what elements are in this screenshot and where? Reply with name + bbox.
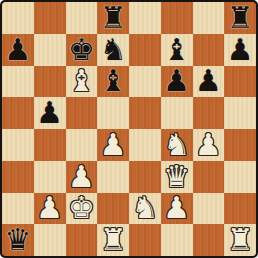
square-d7[interactable]: ♞ <box>97 34 129 66</box>
square-g3[interactable] <box>193 161 225 193</box>
square-a2[interactable] <box>2 193 34 225</box>
square-c5[interactable] <box>66 97 98 129</box>
piece-black-pawn[interactable]: ♟ <box>195 66 222 96</box>
square-c2[interactable]: ♚ <box>66 193 98 225</box>
square-e2[interactable]: ♞ <box>129 193 161 225</box>
square-f3[interactable]: ♛ <box>161 161 193 193</box>
square-g6[interactable]: ♟ <box>193 66 225 98</box>
square-f8[interactable] <box>161 2 193 34</box>
square-g4[interactable]: ♟ <box>193 129 225 161</box>
square-d6[interactable]: ♝ <box>97 66 129 98</box>
square-e6[interactable] <box>129 66 161 98</box>
square-h8[interactable]: ♜ <box>224 2 256 34</box>
square-e3[interactable] <box>129 161 161 193</box>
square-c1[interactable] <box>66 224 98 256</box>
square-c6[interactable]: ♝ <box>66 66 98 98</box>
square-b4[interactable] <box>34 129 66 161</box>
piece-white-rook[interactable]: ♜ <box>100 225 127 255</box>
piece-black-pawn[interactable]: ♟ <box>36 98 63 128</box>
piece-black-pawn[interactable]: ♟ <box>4 35 31 65</box>
square-f1[interactable] <box>161 224 193 256</box>
square-a7[interactable]: ♟ <box>2 34 34 66</box>
square-b5[interactable]: ♟ <box>34 97 66 129</box>
piece-white-knight[interactable]: ♞ <box>131 193 158 223</box>
board-grid: ♜♜♟♚♞♝♟♝♝♟♟♟♟♞♟♟♛♟♚♞♟♛♜♜ <box>2 2 256 256</box>
square-b8[interactable] <box>34 2 66 34</box>
square-f2[interactable]: ♟ <box>161 193 193 225</box>
square-h3[interactable] <box>224 161 256 193</box>
piece-white-pawn[interactable]: ♟ <box>36 193 63 223</box>
square-c3[interactable]: ♟ <box>66 161 98 193</box>
square-d2[interactable] <box>97 193 129 225</box>
piece-white-bishop[interactable]: ♝ <box>68 66 95 96</box>
square-a6[interactable] <box>2 66 34 98</box>
square-c7[interactable]: ♚ <box>66 34 98 66</box>
square-e5[interactable] <box>129 97 161 129</box>
square-h7[interactable]: ♟ <box>224 34 256 66</box>
square-g8[interactable] <box>193 2 225 34</box>
square-a4[interactable] <box>2 129 34 161</box>
square-h5[interactable] <box>224 97 256 129</box>
piece-white-rook[interactable]: ♜ <box>227 225 254 255</box>
chess-board: ♜♜♟♚♞♝♟♝♝♟♟♟♟♞♟♟♛♟♚♞♟♛♜♜ <box>0 0 258 258</box>
piece-white-pawn[interactable]: ♟ <box>195 130 222 160</box>
piece-white-knight[interactable]: ♞ <box>163 130 190 160</box>
square-g2[interactable] <box>193 193 225 225</box>
square-b7[interactable] <box>34 34 66 66</box>
square-e8[interactable] <box>129 2 161 34</box>
square-g5[interactable] <box>193 97 225 129</box>
square-d1[interactable]: ♜ <box>97 224 129 256</box>
square-b1[interactable] <box>34 224 66 256</box>
square-c8[interactable] <box>66 2 98 34</box>
square-d4[interactable]: ♟ <box>97 129 129 161</box>
square-b6[interactable] <box>34 66 66 98</box>
square-f6[interactable]: ♟ <box>161 66 193 98</box>
square-f4[interactable]: ♞ <box>161 129 193 161</box>
square-a8[interactable] <box>2 2 34 34</box>
square-f7[interactable]: ♝ <box>161 34 193 66</box>
square-e4[interactable] <box>129 129 161 161</box>
square-c4[interactable] <box>66 129 98 161</box>
square-g1[interactable] <box>193 224 225 256</box>
square-h4[interactable] <box>224 129 256 161</box>
square-d8[interactable]: ♜ <box>97 2 129 34</box>
piece-black-bishop[interactable]: ♝ <box>163 35 190 65</box>
piece-black-rook[interactable]: ♜ <box>100 3 127 33</box>
square-f5[interactable] <box>161 97 193 129</box>
piece-white-pawn[interactable]: ♟ <box>68 162 95 192</box>
square-h6[interactable] <box>224 66 256 98</box>
piece-black-bishop[interactable]: ♝ <box>100 66 127 96</box>
square-a3[interactable] <box>2 161 34 193</box>
piece-white-queen[interactable]: ♛ <box>163 162 190 192</box>
piece-white-pawn[interactable]: ♟ <box>100 130 127 160</box>
square-b3[interactable] <box>34 161 66 193</box>
piece-black-knight[interactable]: ♞ <box>100 35 127 65</box>
piece-black-pawn[interactable]: ♟ <box>163 66 190 96</box>
square-a1[interactable]: ♛ <box>2 224 34 256</box>
square-d5[interactable] <box>97 97 129 129</box>
square-h1[interactable]: ♜ <box>224 224 256 256</box>
square-b2[interactable]: ♟ <box>34 193 66 225</box>
square-g7[interactable] <box>193 34 225 66</box>
square-e1[interactable] <box>129 224 161 256</box>
piece-black-pawn[interactable]: ♟ <box>227 35 254 65</box>
square-h2[interactable] <box>224 193 256 225</box>
piece-white-pawn[interactable]: ♟ <box>163 193 190 223</box>
piece-black-rook[interactable]: ♜ <box>227 3 254 33</box>
square-a5[interactable] <box>2 97 34 129</box>
piece-black-queen[interactable]: ♛ <box>4 225 31 255</box>
piece-black-king[interactable]: ♚ <box>68 35 95 65</box>
piece-white-king[interactable]: ♚ <box>68 193 95 223</box>
square-d3[interactable] <box>97 161 129 193</box>
square-e7[interactable] <box>129 34 161 66</box>
